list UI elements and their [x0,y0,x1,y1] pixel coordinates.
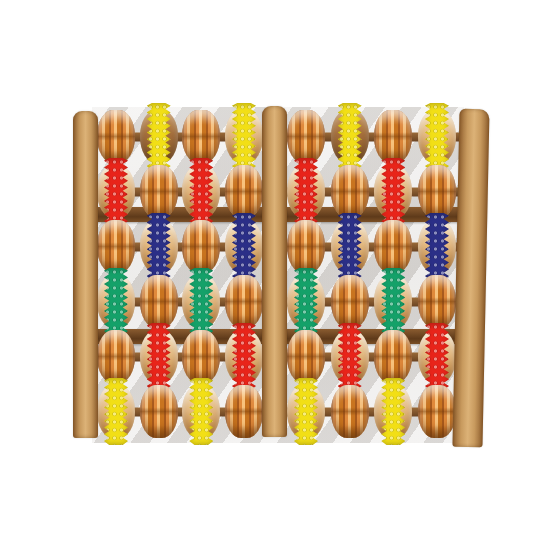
green-spike-ring [294,268,318,335]
roller-row [97,330,263,383]
ringed-wood-roller [374,165,412,218]
green-spike-ring [104,268,128,335]
blue-spike-ring [147,213,171,280]
roller-row [287,110,456,163]
roller-row [287,220,456,273]
red-spike-ring [294,158,318,225]
green-spike-ring [381,268,405,335]
carved-wood-roller [287,330,325,383]
carved-wood-roller [140,165,178,218]
ringed-wood-roller [331,330,369,383]
roller-row [287,275,456,328]
yellow-spike-ring [338,103,362,170]
ringed-wood-roller [225,330,263,383]
roller-panel-left [97,110,263,438]
roller-row [287,330,456,383]
blue-spike-ring [338,213,362,280]
carved-wood-roller [182,110,220,163]
roller-row [97,165,263,218]
roller-row [287,165,456,218]
carved-wood-roller [374,110,412,163]
ringed-wood-roller [182,165,220,218]
yellow-spike-ring [189,378,213,445]
ringed-wood-roller [374,275,412,328]
ringed-wood-roller [418,330,456,383]
ringed-wood-roller [97,275,135,328]
carved-wood-roller [140,275,178,328]
roller-row [97,385,263,438]
carved-wood-roller [374,330,412,383]
ringed-wood-roller [287,275,325,328]
ringed-wood-roller [287,385,325,438]
carved-wood-roller [331,385,369,438]
yellow-spike-ring [147,103,171,170]
foot-roller-massager [70,103,488,447]
ringed-wood-roller [418,220,456,273]
yellow-spike-ring [425,103,449,170]
ringed-wood-roller [97,385,135,438]
ringed-wood-roller [331,220,369,273]
carved-wood-roller [182,330,220,383]
carved-wood-roller [140,385,178,438]
yellow-spike-ring [104,378,128,445]
blue-spike-ring [232,213,256,280]
right-rail [452,109,489,448]
ringed-wood-roller [182,275,220,328]
carved-wood-roller [225,385,263,438]
ringed-wood-roller [182,385,220,438]
red-spike-ring [425,323,449,390]
red-spike-ring [189,158,213,225]
ringed-wood-roller [97,165,135,218]
carved-wood-roller [225,165,263,218]
ringed-wood-roller [374,385,412,438]
red-spike-ring [104,158,128,225]
carved-wood-roller [97,220,135,273]
carved-wood-roller [182,220,220,273]
product-photo [0,0,550,550]
carved-wood-roller [331,275,369,328]
carved-wood-roller [418,165,456,218]
green-spike-ring [189,268,213,335]
red-spike-ring [147,323,171,390]
carved-wood-roller [418,385,456,438]
ringed-wood-roller [225,110,263,163]
yellow-spike-ring [381,378,405,445]
carved-wood-roller [97,330,135,383]
yellow-spike-ring [232,103,256,170]
carved-wood-roller [331,165,369,218]
carved-wood-roller [374,220,412,273]
ringed-wood-roller [287,165,325,218]
ringed-wood-roller [140,220,178,273]
left-rail [73,111,98,438]
red-spike-ring [232,323,256,390]
blue-spike-ring [425,213,449,280]
red-spike-ring [338,323,362,390]
roller-row [97,275,263,328]
ringed-wood-roller [140,110,178,163]
carved-wood-roller [287,110,325,163]
carved-wood-roller [225,275,263,328]
ringed-wood-roller [225,220,263,273]
roller-row [97,220,263,273]
ringed-wood-roller [418,110,456,163]
carved-wood-roller [287,220,325,273]
ringed-wood-roller [331,110,369,163]
roller-panel-right [287,110,456,438]
center-divider-rail [262,106,287,437]
carved-wood-roller [97,110,135,163]
red-spike-ring [381,158,405,225]
yellow-spike-ring [294,378,318,445]
roller-row [287,385,456,438]
carved-wood-roller [418,275,456,328]
roller-row [97,110,263,163]
ringed-wood-roller [140,330,178,383]
